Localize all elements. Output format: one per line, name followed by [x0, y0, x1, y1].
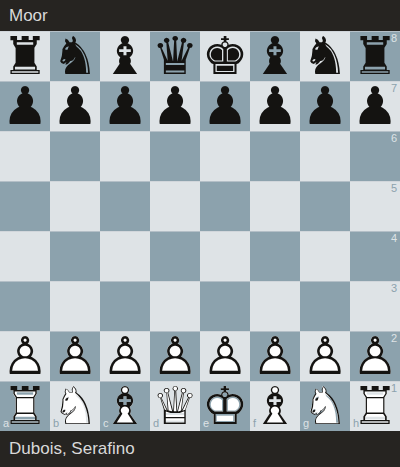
square-h4[interactable]: 4 — [350, 231, 400, 281]
square-e8[interactable]: ♚ — [200, 31, 250, 81]
piece-white-rook[interactable]: ♜♖ — [0, 381, 50, 431]
pawn-outline: ♙ — [152, 331, 199, 381]
square-c5[interactable] — [100, 181, 150, 231]
square-b5[interactable] — [50, 181, 100, 231]
square-h6[interactable]: 6 — [350, 131, 400, 181]
square-d2[interactable]: ♟♙ — [150, 331, 200, 381]
square-g7[interactable]: ♟ — [300, 81, 350, 131]
pawn-outline: ♙ — [352, 331, 399, 381]
pawn-glyph: ♟ — [102, 81, 149, 131]
pawn-glyph: ♟ — [352, 81, 399, 131]
square-f4[interactable] — [250, 231, 300, 281]
pawn-outline: ♙ — [202, 331, 249, 381]
piece-white-pawn[interactable]: ♟♙ — [50, 331, 100, 381]
square-e4[interactable] — [200, 231, 250, 281]
rank-label-4: 4 — [391, 233, 397, 244]
pawn-glyph: ♟ — [202, 81, 249, 131]
square-a3[interactable] — [0, 281, 50, 331]
square-c4[interactable] — [100, 231, 150, 281]
square-h7[interactable]: 7♟ — [350, 81, 400, 131]
top-player-name: Moor — [9, 6, 48, 26]
square-b1[interactable]: b♞♘ — [50, 381, 100, 431]
square-g6[interactable] — [300, 131, 350, 181]
square-g5[interactable] — [300, 181, 350, 231]
square-g2[interactable]: ♟♙ — [300, 331, 350, 381]
piece-black-pawn[interactable]: ♟ — [100, 81, 150, 131]
knight-glyph: ♞ — [302, 31, 349, 81]
square-a4[interactable] — [0, 231, 50, 281]
piece-black-knight[interactable]: ♞ — [50, 31, 100, 81]
knight-outline: ♘ — [302, 381, 349, 431]
pawn-glyph: ♟ — [52, 81, 99, 131]
square-h1[interactable]: 1h♜♖ — [350, 381, 400, 431]
bishop-glyph: ♝ — [252, 31, 299, 81]
square-c7[interactable]: ♟ — [100, 81, 150, 131]
rook-outline: ♖ — [2, 381, 49, 431]
square-a2[interactable]: ♟♙ — [0, 331, 50, 381]
square-f3[interactable] — [250, 281, 300, 331]
pawn-outline: ♙ — [302, 331, 349, 381]
piece-white-pawn[interactable]: ♟♙ — [0, 331, 50, 381]
square-e7[interactable]: ♟ — [200, 81, 250, 131]
pawn-glyph: ♟ — [252, 81, 299, 131]
piece-white-queen[interactable]: ♛♕ — [150, 381, 200, 431]
pawn-glyph: ♟ — [2, 81, 49, 131]
piece-black-rook[interactable]: ♜ — [0, 31, 50, 81]
square-h8[interactable]: 8♜ — [350, 31, 400, 81]
piece-black-pawn[interactable]: ♟ — [250, 81, 300, 131]
square-f5[interactable] — [250, 181, 300, 231]
pawn-outline: ♙ — [52, 331, 99, 381]
pawn-outline: ♙ — [102, 331, 149, 381]
square-f2[interactable]: ♟♙ — [250, 331, 300, 381]
queen-glyph: ♛ — [152, 31, 199, 81]
piece-black-pawn[interactable]: ♟ — [300, 81, 350, 131]
square-h3[interactable]: 3 — [350, 281, 400, 331]
square-d7[interactable]: ♟ — [150, 81, 200, 131]
piece-black-pawn[interactable]: ♟ — [200, 81, 250, 131]
rank-label-5: 5 — [391, 183, 397, 194]
rook-glyph: ♜ — [2, 31, 49, 81]
piece-white-rook[interactable]: ♜♖ — [350, 381, 400, 431]
square-e6[interactable] — [200, 131, 250, 181]
piece-white-pawn[interactable]: ♟♙ — [150, 331, 200, 381]
piece-white-knight[interactable]: ♞♘ — [300, 381, 350, 431]
square-c3[interactable] — [100, 281, 150, 331]
piece-black-bishop[interactable]: ♝ — [100, 31, 150, 81]
square-b8[interactable]: ♞ — [50, 31, 100, 81]
piece-black-knight[interactable]: ♞ — [300, 31, 350, 81]
square-g3[interactable] — [300, 281, 350, 331]
king-glyph: ♚ — [202, 31, 249, 81]
piece-black-pawn[interactable]: ♟ — [350, 81, 400, 131]
king-outline: ♔ — [202, 381, 249, 431]
square-f8[interactable]: ♝ — [250, 31, 300, 81]
piece-black-pawn[interactable]: ♟ — [50, 81, 100, 131]
square-g4[interactable] — [300, 231, 350, 281]
piece-white-pawn[interactable]: ♟♙ — [100, 331, 150, 381]
square-e5[interactable] — [200, 181, 250, 231]
pawn-glyph: ♟ — [152, 81, 199, 131]
square-h5[interactable]: 5 — [350, 181, 400, 231]
bottom-player-bar: Dubois, Serafino — [0, 431, 400, 467]
square-h2[interactable]: 2♟♙ — [350, 331, 400, 381]
bishop-outline: ♗ — [102, 381, 149, 431]
square-d5[interactable] — [150, 181, 200, 231]
pawn-glyph: ♟ — [302, 81, 349, 131]
square-a1[interactable]: a♜♖ — [0, 381, 50, 431]
square-f1[interactable]: f♝♗ — [250, 381, 300, 431]
knight-glyph: ♞ — [52, 31, 99, 81]
square-b3[interactable] — [50, 281, 100, 331]
square-d1[interactable]: d♛♕ — [150, 381, 200, 431]
square-e2[interactable]: ♟♙ — [200, 331, 250, 381]
chess-board: ♜♞♝♛♚♝♞8♜♟♟♟♟♟♟♟7♟6543♟♙♟♙♟♙♟♙♟♙♟♙♟♙2♟♙a… — [0, 31, 400, 431]
square-g1[interactable]: g♞♘ — [300, 381, 350, 431]
square-f7[interactable]: ♟ — [250, 81, 300, 131]
rank-label-6: 6 — [391, 133, 397, 144]
piece-black-pawn[interactable]: ♟ — [150, 81, 200, 131]
piece-white-knight[interactable]: ♞♘ — [50, 381, 100, 431]
piece-white-king[interactable]: ♚♔ — [200, 381, 250, 431]
square-e1[interactable]: e♚♔ — [200, 381, 250, 431]
bishop-outline: ♗ — [252, 381, 299, 431]
piece-white-pawn[interactable]: ♟♙ — [300, 331, 350, 381]
piece-black-rook[interactable]: ♜ — [350, 31, 400, 81]
square-a7[interactable]: ♟ — [0, 81, 50, 131]
square-c8[interactable]: ♝ — [100, 31, 150, 81]
square-a5[interactable] — [0, 181, 50, 231]
piece-white-bishop[interactable]: ♝♗ — [250, 381, 300, 431]
square-b6[interactable] — [50, 131, 100, 181]
rook-glyph: ♜ — [352, 31, 399, 81]
square-d8[interactable]: ♛ — [150, 31, 200, 81]
square-b7[interactable]: ♟ — [50, 81, 100, 131]
square-b4[interactable] — [50, 231, 100, 281]
pawn-outline: ♙ — [252, 331, 299, 381]
piece-white-pawn[interactable]: ♟♙ — [200, 331, 250, 381]
piece-black-bishop[interactable]: ♝ — [250, 31, 300, 81]
bottom-player-name: Dubois, Serafino — [9, 439, 135, 459]
knight-outline: ♘ — [52, 381, 99, 431]
rank-label-3: 3 — [391, 283, 397, 294]
pawn-outline: ♙ — [2, 331, 49, 381]
square-b2[interactable]: ♟♙ — [50, 331, 100, 381]
square-a6[interactable] — [0, 131, 50, 181]
square-f6[interactable] — [250, 131, 300, 181]
chess-app: Moor ♜♞♝♛♚♝♞8♜♟♟♟♟♟♟♟7♟6543♟♙♟♙♟♙♟♙♟♙♟♙♟… — [0, 0, 400, 467]
piece-black-king[interactable]: ♚ — [200, 31, 250, 81]
piece-black-queen[interactable]: ♛ — [150, 31, 200, 81]
square-e3[interactable] — [200, 281, 250, 331]
rook-outline: ♖ — [352, 381, 399, 431]
square-g8[interactable]: ♞ — [300, 31, 350, 81]
square-c6[interactable] — [100, 131, 150, 181]
bishop-glyph: ♝ — [102, 31, 149, 81]
square-a8[interactable]: ♜ — [0, 31, 50, 81]
square-d6[interactable] — [150, 131, 200, 181]
square-d3[interactable] — [150, 281, 200, 331]
square-c1[interactable]: c♝♗ — [100, 381, 150, 431]
piece-white-pawn[interactable]: ♟♙ — [350, 331, 400, 381]
square-c2[interactable]: ♟♙ — [100, 331, 150, 381]
piece-white-bishop[interactable]: ♝♗ — [100, 381, 150, 431]
piece-white-pawn[interactable]: ♟♙ — [250, 331, 300, 381]
queen-outline: ♕ — [152, 381, 199, 431]
piece-black-pawn[interactable]: ♟ — [0, 81, 50, 131]
square-d4[interactable] — [150, 231, 200, 281]
